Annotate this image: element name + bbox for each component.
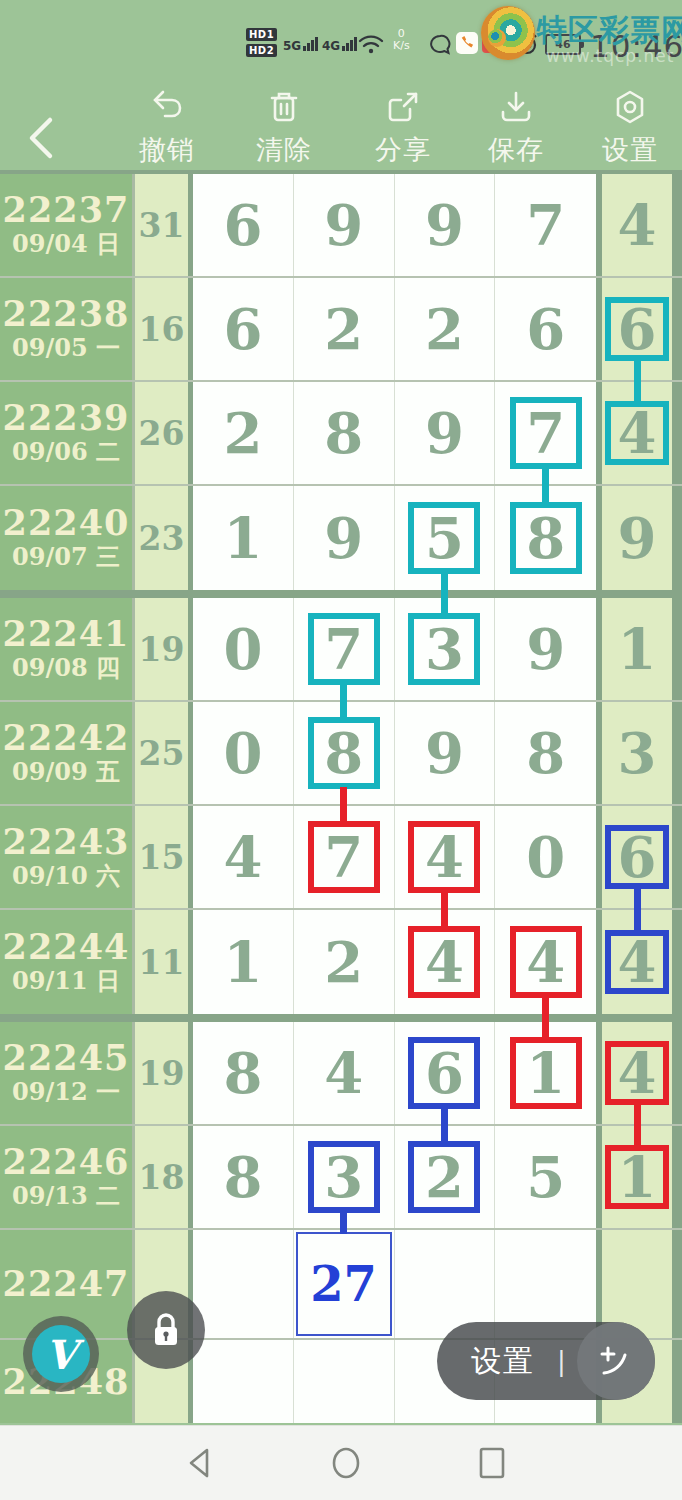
draw-date: 09/10 六 <box>12 861 120 891</box>
trend-link-blue <box>340 1211 347 1234</box>
digit-value: 7 <box>526 405 565 461</box>
settings-hexagon-icon <box>611 88 649 126</box>
trend-link-blue <box>634 887 641 932</box>
draw-date: 09/05 一 <box>12 333 120 363</box>
digit-cell[interactable]: 5 <box>495 1126 596 1228</box>
digit-value: 0 <box>223 725 262 781</box>
draw-row-22240: 2224009/07 三2319589 <box>0 486 682 590</box>
digit-value: 7 <box>324 829 363 885</box>
draw-row-22245: 2224509/12 一1984614 <box>0 1022 682 1126</box>
pill-divider: | <box>557 1346 566 1376</box>
draw-date: 09/11 日 <box>12 966 120 996</box>
digit-cell[interactable]: 8 <box>193 1022 294 1124</box>
digit-value: 9 <box>425 725 464 781</box>
issue-label-cell: 2224309/10 六 <box>0 806 132 908</box>
digit-value: 1 <box>618 621 657 677</box>
issue-label-cell: 2224509/12 一 <box>0 1022 132 1124</box>
digit-value: 5 <box>425 510 464 566</box>
wifi-icon <box>358 34 384 58</box>
digit-cell[interactable] <box>294 1340 395 1423</box>
toolbar-save-label: 保存 <box>468 132 564 168</box>
draw-row-22238: 2223809/05 一1662266 <box>0 278 682 382</box>
board-right-border <box>672 278 682 380</box>
trend-link-teal <box>441 572 448 615</box>
nav-recents-square-icon <box>475 1446 509 1480</box>
sum-cell: 16 <box>135 278 188 380</box>
hd-voice-icons: HD1 HD2 <box>246 28 277 57</box>
digit-cell[interactable]: 0 <box>193 702 294 804</box>
digit-cell[interactable]: 8 <box>294 382 395 484</box>
lock-icon <box>147 1310 185 1350</box>
draw-row-22244: 2224409/11 日1112444 <box>0 910 682 1014</box>
issue-number: 22245 <box>3 1039 130 1077</box>
network-speed: 0K/s <box>393 28 410 52</box>
signal-5g-icon: 5G <box>283 36 319 51</box>
trend-link-red <box>634 1103 641 1147</box>
site-watermark-title: 特区彩票网 <box>537 10 682 51</box>
digit-cell[interactable]: 3 <box>602 702 672 804</box>
digit-cell[interactable]: 4 <box>193 806 294 908</box>
digit-value: 7 <box>526 197 565 253</box>
digit-value: 2 <box>425 301 464 357</box>
sum-cell: 31 <box>135 174 188 276</box>
issue-number: 22237 <box>3 191 130 229</box>
toolbar-undo-button[interactable]: 撤销 <box>119 88 215 168</box>
trend-link-blue <box>441 1107 448 1143</box>
issue-number: 22240 <box>3 504 130 542</box>
draw-date: 09/12 一 <box>12 1077 120 1107</box>
board-right-border <box>672 702 682 804</box>
issue-number: 22243 <box>3 823 130 861</box>
hd1-badge: HD1 <box>246 28 277 41</box>
nav-home-button[interactable] <box>329 1446 363 1484</box>
digit-value: 7 <box>324 621 363 677</box>
back-chevron-icon <box>22 114 64 162</box>
digit-value: 3 <box>618 725 657 781</box>
digit-cell[interactable]: 1 <box>193 486 294 590</box>
phone-app-icon <box>456 32 478 54</box>
toolbar-share-button[interactable]: 分享 <box>355 88 451 168</box>
issue-number: 22238 <box>3 295 130 333</box>
nav-recents-button[interactable] <box>475 1446 509 1484</box>
issue-number: 22239 <box>3 399 130 437</box>
nav-back-triangle-icon <box>183 1446 217 1480</box>
digit-value: 1 <box>223 934 262 990</box>
digit-value: 9 <box>425 405 464 461</box>
trash-icon <box>265 88 303 126</box>
trend-link-red <box>340 787 347 823</box>
digit-value: 6 <box>526 301 565 357</box>
v-float-button[interactable]: V <box>23 1316 99 1392</box>
digit-value: 6 <box>425 1045 464 1101</box>
digit-value: 2 <box>223 405 262 461</box>
sum-cell: 23 <box>135 486 188 590</box>
digit-cell[interactable]: 6 <box>193 278 294 380</box>
trend-link-teal <box>340 683 347 719</box>
trend-board: 2223709/04 日31699742223809/05 一166226622… <box>0 170 682 1423</box>
digit-value: 3 <box>425 621 464 677</box>
digit-value: 8 <box>223 1045 262 1101</box>
sum-cell: 25 <box>135 702 188 804</box>
android-nav-bar <box>0 1425 682 1500</box>
digit-cell[interactable]: 4 <box>602 174 672 276</box>
signal-4g-icon: 4G <box>322 36 358 51</box>
digit-value: 6 <box>618 829 657 885</box>
board-right-border <box>672 486 682 590</box>
digit-value: 6 <box>223 301 262 357</box>
digit-value: 3 <box>324 1149 363 1205</box>
board-right-border <box>672 910 682 1014</box>
digit-value: 4 <box>618 405 657 461</box>
issue-label-cell: 2224109/08 四 <box>0 598 132 700</box>
issue-number: 22246 <box>3 1143 130 1181</box>
digit-value: 8 <box>223 1149 262 1205</box>
digit-cell[interactable]: 6 <box>495 278 596 380</box>
toolbar-share-label: 分享 <box>355 132 451 168</box>
board-right-border <box>672 1230 682 1338</box>
board-right-border <box>672 1126 682 1228</box>
toolbar-clear-label: 清除 <box>236 132 332 168</box>
add-annotation-button[interactable] <box>577 1322 655 1400</box>
digit-value: 9 <box>425 197 464 253</box>
undo-icon <box>148 88 186 126</box>
board-right-border <box>672 1340 682 1423</box>
v-logo: V <box>32 1325 90 1383</box>
trend-link-red <box>542 996 549 1039</box>
digit-cell[interactable]: 7 <box>495 174 596 276</box>
digit-value: 4 <box>223 829 262 885</box>
digit-cell[interactable]: 9 <box>602 486 672 590</box>
save-icon <box>497 88 535 126</box>
digit-value: 8 <box>526 725 565 781</box>
digit-cell[interactable]: 4 <box>294 1022 395 1124</box>
digit-value: 2 <box>324 301 363 357</box>
digit-value: 8 <box>526 510 565 566</box>
digit-value: 9 <box>526 621 565 677</box>
digit-value: 4 <box>618 197 657 253</box>
digit-value: 1 <box>618 1149 657 1205</box>
digit-cell[interactable]: 1 <box>193 910 294 1014</box>
board-right-border <box>672 382 682 484</box>
digit-value: 8 <box>324 725 363 781</box>
digit-value: 5 <box>526 1149 565 1205</box>
digit-value: 2 <box>324 934 363 990</box>
toolbar: 撤销 清除 分享 保存 设置 <box>0 66 682 170</box>
digit-cell[interactable] <box>193 1340 294 1423</box>
digit-value: 2 <box>425 1149 464 1205</box>
digit-value: 0 <box>223 621 262 677</box>
digit-value: 4 <box>526 934 565 990</box>
lock-button[interactable] <box>127 1291 205 1369</box>
digit-cell[interactable]: 9 <box>395 174 496 276</box>
digit-cell[interactable]: 0 <box>193 598 294 700</box>
issue-number: 22247 <box>3 1265 130 1303</box>
toolbar-settings-label: 设置 <box>582 132 678 168</box>
sum-cell: 19 <box>135 598 188 700</box>
nav-back-button[interactable] <box>183 1446 217 1484</box>
sum-cell: 15 <box>135 806 188 908</box>
pen-plus-icon <box>596 1341 636 1381</box>
digit-value: 4 <box>425 934 464 990</box>
nav-home-circle-icon <box>329 1446 363 1480</box>
digit-cell[interactable]: 8 <box>495 702 596 804</box>
digit-cell[interactable]: 9 <box>395 702 496 804</box>
issue-label-cell: 2223709/04 日 <box>0 174 132 276</box>
sum-cell: 26 <box>135 382 188 484</box>
chat-bubble-icon <box>428 34 452 60</box>
board-right-border <box>672 1022 682 1124</box>
toolbar-save-button[interactable]: 保存 <box>468 88 564 168</box>
board-right-border <box>672 598 682 700</box>
digit-value: 9 <box>324 510 363 566</box>
board-right-border <box>672 174 682 276</box>
digit-cell[interactable]: 2 <box>395 278 496 380</box>
sum-cell: 19 <box>135 1022 188 1124</box>
app-screen: HD1 HD2 5G 4G 0K/s <box>0 0 682 1500</box>
draw-date: 09/06 二 <box>12 437 120 467</box>
sum-cell: 11 <box>135 910 188 1014</box>
draw-row-22237: 2223709/04 日3169974 <box>0 174 682 278</box>
issue-number: 22244 <box>3 928 130 966</box>
toolbar-settings-button[interactable]: 设置 <box>582 88 678 168</box>
digit-cell[interactable]: 6 <box>193 174 294 276</box>
digit-value: 1 <box>223 510 262 566</box>
digit-cell[interactable]: 9 <box>294 486 395 590</box>
issue-number: 22241 <box>3 615 130 653</box>
digit-cell[interactable]: 9 <box>294 174 395 276</box>
digit-cell[interactable]: 0 <box>495 806 596 908</box>
board-right-border <box>672 806 682 908</box>
digit-value: 6 <box>618 301 657 357</box>
digit-value: 9 <box>618 510 657 566</box>
digit-cell[interactable] <box>193 1230 294 1338</box>
digit-cell[interactable]: 9 <box>395 382 496 484</box>
draw-date: 09/04 日 <box>12 229 120 259</box>
issue-label-cell: 2223909/06 二 <box>0 382 132 484</box>
sum-cell: 18 <box>135 1126 188 1228</box>
toolbar-clear-button[interactable]: 清除 <box>236 88 332 168</box>
settings-pill: 设置 | <box>437 1322 655 1400</box>
digit-cell[interactable]: 9 <box>495 598 596 700</box>
trend-link-teal <box>634 359 641 403</box>
digit-value: 1 <box>526 1045 565 1101</box>
back-button[interactable] <box>22 114 64 166</box>
draw-row-22239: 2223909/06 二2628974 <box>0 382 682 486</box>
draw-date: 09/09 五 <box>12 757 120 787</box>
site-logo-swirl-icon <box>481 6 535 60</box>
toolbar-undo-label: 撤销 <box>119 132 215 168</box>
hd2-badge: HD2 <box>246 44 277 57</box>
group-separator <box>0 1014 682 1022</box>
issue-label-cell: 2224009/07 三 <box>0 486 132 590</box>
digit-cell[interactable]: 1 <box>602 598 672 700</box>
digit-value: 4 <box>425 829 464 885</box>
draw-date: 09/13 二 <box>12 1181 120 1211</box>
issue-label-cell: 2224209/09 五 <box>0 702 132 804</box>
pill-settings-button[interactable]: 设置 <box>471 1341 535 1382</box>
group-separator <box>0 590 682 598</box>
digit-cell[interactable]: 2 <box>294 910 395 1014</box>
digit-value: 9 <box>324 197 363 253</box>
digit-cell[interactable]: 8 <box>193 1126 294 1228</box>
trend-link-teal <box>542 467 549 504</box>
digit-value: 4 <box>618 1045 657 1101</box>
trend-link-red <box>441 891 448 928</box>
digit-value: 0 <box>526 829 565 885</box>
digit-cell[interactable]: 2 <box>294 278 395 380</box>
issue-number: 22242 <box>3 719 130 757</box>
digit-value: 8 <box>324 405 363 461</box>
draw-date: 09/07 三 <box>12 542 120 572</box>
digit-value: 4 <box>618 934 657 990</box>
digit-value: 4 <box>324 1045 363 1101</box>
issue-label-cell: 2224609/13 二 <box>0 1126 132 1228</box>
digit-cell[interactable]: 2 <box>193 382 294 484</box>
digit-value: 27 <box>310 1260 377 1308</box>
digit-value: 6 <box>223 197 262 253</box>
issue-label-cell: 2223809/05 一 <box>0 278 132 380</box>
issue-label-cell: 2224409/11 日 <box>0 910 132 1014</box>
share-icon <box>384 88 422 126</box>
digit-cell[interactable]: 27 <box>294 1230 395 1338</box>
draw-date: 09/08 四 <box>12 653 120 683</box>
